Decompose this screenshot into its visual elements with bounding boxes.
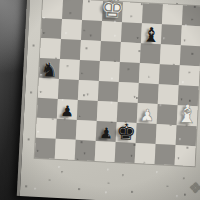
- square-e8[interactable]: [122, 2, 143, 23]
- square-h3[interactable]: [177, 105, 198, 126]
- square-g2[interactable]: [156, 124, 177, 145]
- chess-board: ♚♝♞♝♟♟♟♚ ❖: [17, 0, 200, 200]
- square-a7[interactable]: [41, 18, 62, 39]
- square-g3[interactable]: [157, 104, 178, 125]
- square-b3[interactable]: [57, 99, 78, 120]
- square-e3[interactable]: [117, 102, 138, 123]
- square-d3[interactable]: [97, 101, 118, 122]
- square-b8[interactable]: [62, 0, 83, 20]
- square-d8[interactable]: [102, 1, 123, 22]
- square-f5[interactable]: [139, 63, 160, 84]
- square-d2[interactable]: [96, 121, 117, 142]
- square-c5[interactable]: [79, 60, 100, 81]
- square-c3[interactable]: [77, 100, 98, 121]
- square-d4[interactable]: [98, 81, 119, 102]
- square-f1[interactable]: [135, 143, 156, 164]
- square-f3[interactable]: [137, 103, 158, 124]
- square-a8[interactable]: [42, 0, 63, 19]
- square-f4[interactable]: [138, 83, 159, 104]
- square-f8[interactable]: [142, 3, 163, 24]
- square-a4[interactable]: [38, 78, 59, 99]
- square-c7[interactable]: [81, 20, 102, 41]
- square-e2[interactable]: [116, 122, 137, 143]
- square-a5[interactable]: [39, 58, 60, 79]
- square-b2[interactable]: [56, 119, 77, 140]
- square-a1[interactable]: [35, 138, 56, 159]
- square-b7[interactable]: [61, 19, 82, 40]
- square-d1[interactable]: [95, 141, 116, 162]
- square-e6[interactable]: [120, 42, 141, 63]
- square-c6[interactable]: [80, 40, 101, 61]
- square-d7[interactable]: [101, 21, 122, 42]
- square-b6[interactable]: [60, 39, 81, 60]
- square-h5[interactable]: [179, 65, 200, 86]
- square-g1[interactable]: [155, 144, 176, 165]
- square-c4[interactable]: [78, 80, 99, 101]
- square-g5[interactable]: [159, 64, 180, 85]
- square-g8[interactable]: [162, 4, 183, 25]
- square-f7[interactable]: [141, 23, 162, 44]
- square-e5[interactable]: [119, 62, 140, 83]
- square-h8[interactable]: [182, 5, 200, 26]
- square-h7[interactable]: [181, 25, 200, 46]
- square-f6[interactable]: [140, 43, 161, 64]
- square-b4[interactable]: [58, 79, 79, 100]
- square-b1[interactable]: [55, 139, 76, 160]
- square-c2[interactable]: [76, 120, 97, 141]
- square-g4[interactable]: [158, 84, 179, 105]
- square-c8[interactable]: [82, 0, 103, 21]
- square-a6[interactable]: [40, 38, 61, 59]
- square-h6[interactable]: [180, 45, 200, 66]
- square-b5[interactable]: [59, 59, 80, 80]
- square-f2[interactable]: [136, 123, 157, 144]
- square-e1[interactable]: [115, 142, 136, 163]
- square-a3[interactable]: [37, 98, 58, 119]
- square-e7[interactable]: [121, 22, 142, 43]
- square-g7[interactable]: [161, 24, 182, 45]
- square-e4[interactable]: [118, 82, 139, 103]
- square-g6[interactable]: [160, 44, 181, 65]
- square-d5[interactable]: [99, 61, 120, 82]
- square-a2[interactable]: [36, 118, 57, 139]
- photo-background: ♚♝♞♝♟♟♟♚ ❖: [0, 0, 200, 200]
- square-d6[interactable]: [100, 41, 121, 62]
- compass-ornament-icon: ❖: [185, 178, 200, 199]
- board-grid: [35, 0, 200, 166]
- square-c1[interactable]: [75, 140, 96, 161]
- square-h2[interactable]: [176, 125, 197, 146]
- square-h1[interactable]: [175, 145, 196, 166]
- square-h4[interactable]: [178, 85, 199, 106]
